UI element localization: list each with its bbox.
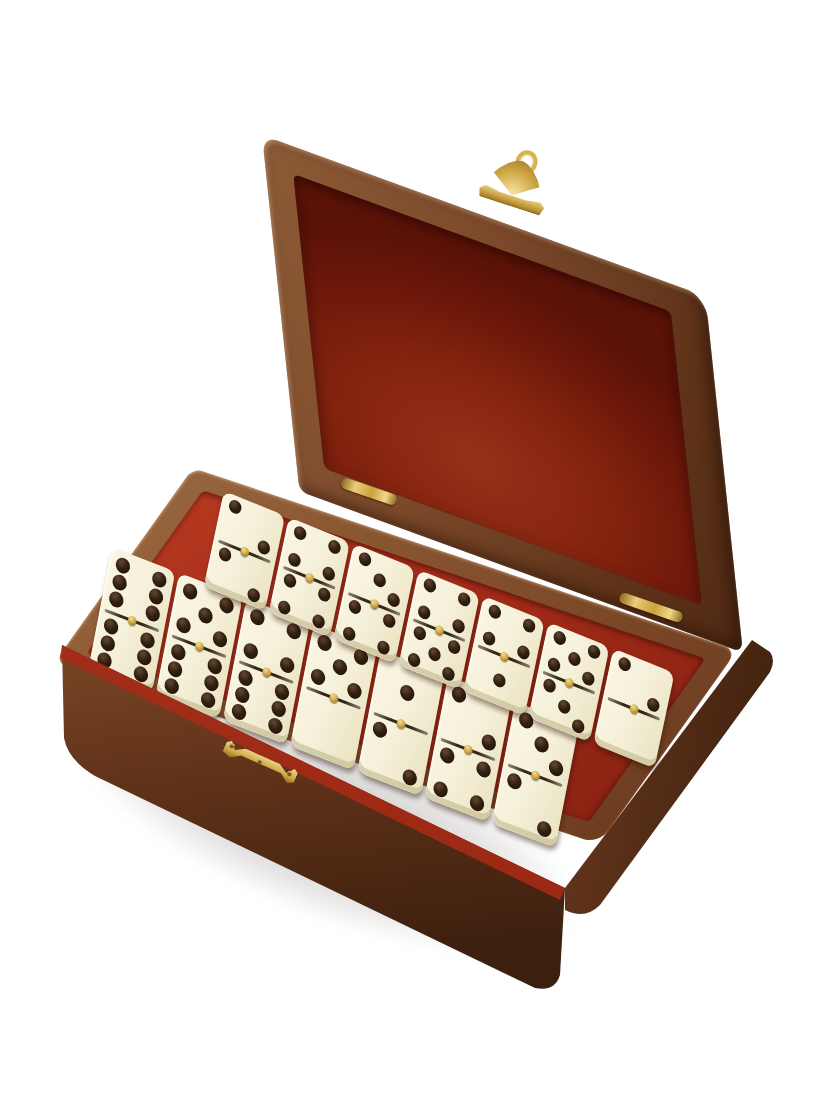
pip-icon — [317, 586, 332, 604]
pip-icon — [552, 629, 567, 647]
pip-icon — [273, 682, 290, 702]
pip-icon — [115, 556, 132, 576]
pip-icon — [522, 617, 537, 635]
pip-icon — [417, 603, 432, 621]
pip-icon — [170, 642, 187, 662]
pip-icon — [475, 759, 492, 779]
pip-icon — [535, 819, 552, 839]
pip-icon — [480, 732, 497, 752]
pip-icon — [423, 577, 438, 595]
pip-icon — [376, 639, 391, 657]
pip-icon — [482, 630, 497, 648]
pip-icon — [112, 573, 129, 593]
pip-icon — [327, 538, 342, 556]
pip-icon — [103, 616, 120, 636]
pip-icon — [441, 665, 456, 683]
pip-icon — [457, 591, 472, 609]
pip-icon — [238, 668, 255, 688]
pip-icon — [234, 685, 251, 705]
pip-icon — [492, 671, 507, 689]
pip-icon — [542, 677, 557, 695]
pip-icon — [506, 771, 523, 791]
pip-icon — [182, 581, 199, 601]
pip-icon — [427, 645, 442, 663]
pip-icon — [167, 659, 184, 679]
pip-icon — [439, 745, 456, 765]
pip-icon — [135, 647, 152, 667]
pip-icon — [646, 696, 661, 714]
pip-icon — [139, 630, 156, 650]
pip-icon — [372, 571, 387, 589]
pip-icon — [433, 779, 450, 799]
pip-icon — [310, 667, 327, 687]
pip-icon — [451, 617, 466, 635]
pip-icon — [345, 681, 362, 701]
pip-icon — [547, 656, 562, 674]
pip-icon — [617, 655, 632, 673]
pip-icon — [164, 676, 181, 696]
pip-icon — [197, 605, 214, 625]
pip-icon — [587, 643, 602, 661]
pip-icon — [108, 590, 125, 610]
pip-icon — [100, 633, 117, 653]
pip-icon — [144, 603, 161, 623]
pip-icon — [218, 546, 233, 564]
pip-icon — [412, 624, 427, 642]
pip-icon — [243, 641, 260, 661]
pip-icon — [132, 664, 149, 684]
pip-icon — [567, 649, 582, 667]
pip-icon — [311, 612, 326, 630]
pip-icon — [277, 599, 292, 617]
pip-icon — [270, 699, 287, 719]
pip-icon — [199, 690, 216, 710]
pip-icon — [398, 683, 415, 703]
pip-icon — [287, 551, 302, 569]
pip-icon — [231, 702, 248, 722]
pip-icon — [203, 673, 220, 693]
pip-icon — [266, 716, 283, 736]
pip-icon — [372, 720, 389, 740]
page-background: { "game": "dominoes", "set": "double-six… — [0, 0, 830, 1100]
pip-icon — [206, 656, 223, 676]
pip-icon — [468, 793, 485, 813]
pip-icon — [358, 550, 373, 568]
pip-icon — [487, 603, 502, 621]
pip-icon — [331, 657, 348, 677]
pip-icon — [516, 643, 531, 661]
pip-icon — [283, 572, 298, 590]
pip-icon — [293, 524, 308, 542]
pip-icon — [147, 586, 164, 606]
pip-icon — [581, 670, 596, 688]
pip-icon — [547, 758, 564, 778]
pip-icon — [211, 629, 228, 649]
pip-icon — [246, 586, 261, 604]
pip-icon — [557, 697, 572, 715]
pip-icon — [533, 734, 550, 754]
pip-icon — [386, 591, 401, 609]
pip-icon — [342, 625, 357, 643]
pip-icon — [571, 717, 586, 735]
pip-icon — [150, 569, 167, 589]
pip-icon — [382, 612, 397, 630]
pip-icon — [407, 651, 422, 669]
pip-icon — [447, 638, 462, 656]
pip-icon — [176, 615, 193, 635]
pip-icon — [256, 539, 271, 557]
pip-icon — [278, 655, 295, 675]
pip-icon — [348, 598, 363, 616]
pip-icon — [96, 650, 113, 670]
pip-icon — [401, 767, 418, 787]
pip-icon — [321, 565, 336, 583]
pip-icon — [228, 498, 243, 516]
